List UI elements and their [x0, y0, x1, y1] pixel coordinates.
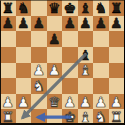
black-rook-piece[interactable]: ♜: [110, 0, 123, 14]
square-h1[interactable]: ♜: [109, 109, 125, 125]
square-b4[interactable]: [16, 63, 32, 79]
white-pawn-piece[interactable]: ♟: [110, 94, 123, 108]
square-b2[interactable]: ♟: [16, 94, 32, 110]
square-h8[interactable]: ♜: [109, 0, 125, 16]
white-king-piece[interactable]: ♚: [63, 110, 76, 124]
white-rook-piece[interactable]: ♜: [1, 110, 14, 124]
square-f6[interactable]: [78, 31, 94, 47]
black-rook-piece[interactable]: ♜: [1, 0, 14, 14]
square-a5[interactable]: [0, 47, 16, 63]
square-c5[interactable]: [31, 47, 47, 63]
square-e1[interactable]: ♚: [62, 109, 78, 125]
square-f7[interactable]: ♟: [78, 16, 94, 32]
square-f8[interactable]: ♝: [78, 0, 94, 16]
square-f1[interactable]: ♝: [78, 109, 94, 125]
white-pawn-piece[interactable]: ♟: [94, 94, 107, 108]
white-rook-piece[interactable]: ♜: [110, 110, 123, 124]
black-pawn-piece[interactable]: ♟: [94, 16, 107, 30]
square-a8[interactable]: ♜: [0, 0, 16, 16]
square-c6[interactable]: [31, 31, 47, 47]
square-h7[interactable]: ♟: [109, 16, 125, 32]
square-g6[interactable]: [93, 31, 109, 47]
square-a4[interactable]: [0, 63, 16, 79]
white-queen-piece[interactable]: ♛: [48, 94, 61, 108]
square-e4[interactable]: [62, 63, 78, 79]
black-knight-piece[interactable]: ♞: [17, 0, 30, 14]
black-queen-piece[interactable]: ♛: [48, 0, 61, 14]
square-g1[interactable]: ♞: [93, 109, 109, 125]
square-h6[interactable]: [109, 31, 125, 47]
square-e3[interactable]: [62, 78, 78, 94]
square-h3[interactable]: [109, 78, 125, 94]
black-pawn-piece[interactable]: ♟: [110, 16, 123, 30]
square-d6[interactable]: ♟: [47, 31, 63, 47]
square-g4[interactable]: [93, 63, 109, 79]
square-a6[interactable]: [0, 31, 16, 47]
square-d4[interactable]: ♟: [47, 63, 63, 79]
black-bishop-piece[interactable]: ♝: [79, 0, 92, 14]
white-pawn-piece[interactable]: ♟: [17, 94, 30, 108]
square-h2[interactable]: ♟: [109, 94, 125, 110]
white-bishop-piece[interactable]: ♝: [79, 63, 92, 77]
square-d7[interactable]: [47, 16, 63, 32]
board-squares: ♜♞♛♚♝♞♜♟♟♟♟♟♟♟♟♝♟♟♝♞♟♟♛♟♟♟♟♜♚♝♞♜: [0, 0, 124, 125]
white-pawn-piece[interactable]: ♟: [63, 94, 76, 108]
square-c4[interactable]: ♟: [31, 63, 47, 79]
square-b5[interactable]: [16, 47, 32, 63]
black-pawn-piece[interactable]: ♟: [48, 32, 61, 46]
square-b1[interactable]: [16, 109, 32, 125]
square-e6[interactable]: [62, 31, 78, 47]
square-a2[interactable]: ♟: [0, 94, 16, 110]
black-knight-piece[interactable]: ♞: [94, 0, 107, 14]
square-c7[interactable]: ♟: [31, 16, 47, 32]
square-g7[interactable]: ♟: [93, 16, 109, 32]
square-g2[interactable]: ♟: [93, 94, 109, 110]
square-d1[interactable]: [47, 109, 63, 125]
square-d8[interactable]: ♛: [47, 0, 63, 16]
square-f2[interactable]: ♟: [78, 94, 94, 110]
square-d5[interactable]: [47, 47, 63, 63]
square-e5[interactable]: [62, 47, 78, 63]
square-a7[interactable]: ♟: [0, 16, 16, 32]
black-king-piece[interactable]: ♚: [63, 0, 76, 14]
black-bishop-piece[interactable]: ♝: [79, 47, 92, 61]
square-a1[interactable]: ♜: [0, 109, 16, 125]
white-pawn-piece[interactable]: ♟: [32, 63, 45, 77]
square-c2[interactable]: [31, 94, 47, 110]
square-e2[interactable]: ♟: [62, 94, 78, 110]
square-d2[interactable]: ♛: [47, 94, 63, 110]
black-pawn-piece[interactable]: ♟: [1, 16, 14, 30]
white-bishop-piece[interactable]: ♝: [79, 110, 92, 124]
square-f3[interactable]: [78, 78, 94, 94]
square-h5[interactable]: [109, 47, 125, 63]
square-c3[interactable]: ♞: [31, 78, 47, 94]
white-pawn-piece[interactable]: ♟: [1, 94, 14, 108]
square-g5[interactable]: [93, 47, 109, 63]
square-f5[interactable]: ♝: [78, 47, 94, 63]
square-a3[interactable]: [0, 78, 16, 94]
square-b3[interactable]: [16, 78, 32, 94]
chess-board: ♜♞♛♚♝♞♜♟♟♟♟♟♟♟♟♝♟♟♝♞♟♟♛♟♟♟♟♜♚♝♞♜: [0, 0, 124, 125]
square-d3[interactable]: [47, 78, 63, 94]
square-g8[interactable]: ♞: [93, 0, 109, 16]
white-knight-piece[interactable]: ♞: [32, 78, 45, 92]
square-e7[interactable]: ♟: [62, 16, 78, 32]
black-pawn-piece[interactable]: ♟: [63, 16, 76, 30]
square-c8[interactable]: [31, 0, 47, 16]
black-pawn-piece[interactable]: ♟: [17, 16, 30, 30]
black-pawn-piece[interactable]: ♟: [79, 16, 92, 30]
white-pawn-piece[interactable]: ♟: [79, 94, 92, 108]
square-b8[interactable]: ♞: [16, 0, 32, 16]
square-b7[interactable]: ♟: [16, 16, 32, 32]
square-g3[interactable]: [93, 78, 109, 94]
square-h4[interactable]: [109, 63, 125, 79]
white-knight-piece[interactable]: ♞: [94, 110, 107, 124]
square-e8[interactable]: ♚: [62, 0, 78, 16]
square-f4[interactable]: ♝: [78, 63, 94, 79]
white-pawn-piece[interactable]: ♟: [48, 63, 61, 77]
square-b6[interactable]: [16, 31, 32, 47]
square-c1[interactable]: [31, 109, 47, 125]
black-pawn-piece[interactable]: ♟: [32, 16, 45, 30]
